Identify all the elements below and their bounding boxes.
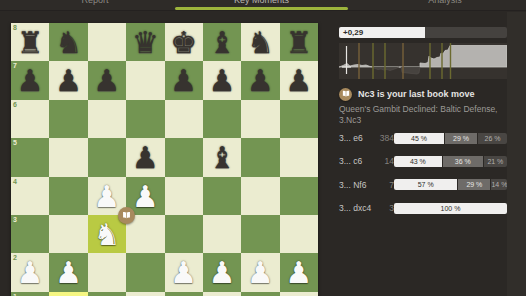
white-rook-h1[interactable]: ♜	[280, 292, 318, 296]
black-win-segment: 26 %	[478, 133, 507, 144]
square-a2[interactable]: 2♟	[11, 253, 49, 291]
move-meta: 3... Nf67	[339, 180, 394, 190]
square-b5[interactable]	[49, 138, 87, 176]
black-bishop-f8[interactable]: ♝	[203, 23, 241, 61]
tab-report[interactable]: Report	[60, 0, 130, 5]
square-e1[interactable]: ♚	[165, 292, 203, 296]
evaluation-graph-svg	[339, 43, 507, 79]
evaluation-graph[interactable]	[339, 43, 507, 79]
square-b4[interactable]	[49, 177, 87, 215]
rank-label-5: 5	[13, 139, 17, 146]
square-e7[interactable]: ♟	[165, 61, 203, 99]
square-d6[interactable]	[126, 100, 164, 138]
black-pawn-d5[interactable]: ♟	[126, 138, 164, 176]
move-meta: 3... c614	[339, 156, 394, 166]
white-bishop-f1[interactable]: ♝	[203, 292, 241, 296]
square-b1[interactable]	[49, 292, 87, 296]
win-draw-loss-bar: 100 %	[394, 203, 507, 214]
square-g3[interactable]	[241, 215, 279, 253]
black-pawn-e7[interactable]: ♟	[165, 61, 203, 99]
white-win-segment: 45 %	[394, 133, 444, 144]
square-b8[interactable]: ♞	[49, 23, 87, 61]
move-game-count: 14	[385, 156, 394, 166]
white-pawn-e2[interactable]: ♟	[165, 253, 203, 291]
book-icon	[339, 88, 352, 101]
draw-segment: 36 %	[443, 156, 483, 167]
square-d1[interactable]: ♛	[126, 292, 164, 296]
white-win-segment: 43 %	[394, 156, 442, 167]
square-a6[interactable]: 6	[11, 100, 49, 138]
square-c1[interactable]: ♝	[88, 292, 126, 296]
rank-label-7: 7	[13, 62, 17, 69]
black-knight-b8[interactable]: ♞	[49, 23, 87, 61]
white-knight-g1[interactable]: ♞	[241, 292, 279, 296]
white-win-segment: 100 %	[394, 203, 507, 214]
square-a5[interactable]: 5	[11, 138, 49, 176]
square-h6[interactable]	[280, 100, 318, 138]
black-pawn-f7[interactable]: ♟	[203, 61, 241, 99]
move-meta: 3... e6384	[339, 133, 394, 143]
move-game-count: 384	[380, 133, 394, 143]
square-g7[interactable]: ♟	[241, 61, 279, 99]
white-pawn-f2[interactable]: ♟	[203, 253, 241, 291]
square-g4[interactable]	[241, 177, 279, 215]
white-pawn-h2[interactable]: ♟	[280, 253, 318, 291]
white-pawn-g2[interactable]: ♟	[241, 253, 279, 291]
square-f4[interactable]	[203, 177, 241, 215]
square-f1[interactable]: ♝	[203, 292, 241, 296]
move-label: 3... e6	[339, 133, 363, 143]
black-rook-h8[interactable]: ♜	[280, 23, 318, 61]
active-tab-underline	[175, 7, 348, 10]
square-a8[interactable]: 8♜	[11, 23, 49, 61]
square-e4[interactable]	[165, 177, 203, 215]
square-g8[interactable]: ♞	[241, 23, 279, 61]
square-h3[interactable]	[280, 215, 318, 253]
square-c2[interactable]	[88, 253, 126, 291]
square-d2[interactable]	[126, 253, 164, 291]
square-c7[interactable]: ♟	[88, 61, 126, 99]
win-draw-loss-bar: 45 %29 %26 %	[394, 133, 507, 144]
panel-right-gutter	[507, 12, 526, 296]
square-c8[interactable]	[88, 23, 126, 61]
square-h4[interactable]	[280, 177, 318, 215]
square-c5[interactable]	[88, 138, 126, 176]
tab-analysis[interactable]: Analysis	[410, 0, 480, 5]
book-move-icon	[118, 207, 135, 224]
square-h8[interactable]: ♜	[280, 23, 318, 61]
white-queen-d1[interactable]: ♛	[126, 292, 164, 296]
black-pawn-b7[interactable]: ♟	[49, 61, 87, 99]
square-g2[interactable]: ♟	[241, 253, 279, 291]
win-draw-loss-bar: 57 %29 %14 %	[394, 179, 507, 190]
black-king-e8[interactable]: ♚	[165, 23, 203, 61]
square-a1[interactable]: 1♜	[11, 292, 49, 296]
rank-label-2: 2	[13, 254, 17, 261]
square-f7[interactable]: ♟	[203, 61, 241, 99]
move-label: 3... c6	[339, 156, 362, 166]
top-tab-bar: ReportKey MomentsAnalysis	[0, 0, 526, 11]
square-h5[interactable]	[280, 138, 318, 176]
square-g5[interactable]	[241, 138, 279, 176]
square-a4[interactable]: 4	[11, 177, 49, 215]
square-a7[interactable]: 7♟	[11, 61, 49, 99]
rank-label-3: 3	[13, 216, 17, 223]
win-draw-loss-bar: 43 %36 %21 %	[394, 156, 507, 167]
square-b6[interactable]	[49, 100, 87, 138]
square-h2[interactable]: ♟	[280, 253, 318, 291]
square-c6[interactable]	[88, 100, 126, 138]
move-label: 3... Nf6	[339, 180, 366, 190]
square-f6[interactable]	[203, 100, 241, 138]
black-bishop-f5[interactable]: ♝	[203, 138, 241, 176]
square-f8[interactable]: ♝	[203, 23, 241, 61]
draw-segment: 29 %	[458, 179, 490, 190]
evaluation-bar: +0,29	[339, 27, 507, 38]
book-move-row-3e6[interactable]: 3... e638445 %29 %26 %	[339, 127, 507, 150]
square-h7[interactable]: ♟	[280, 61, 318, 99]
rank-label-8: 8	[13, 24, 17, 31]
square-e5[interactable]	[165, 138, 203, 176]
draw-segment: 29 %	[445, 133, 477, 144]
square-h1[interactable]: ♜	[280, 292, 318, 296]
square-f5[interactable]: ♝	[203, 138, 241, 176]
square-e3[interactable]	[165, 215, 203, 253]
square-e6[interactable]	[165, 100, 203, 138]
rank-label-4: 4	[13, 178, 17, 185]
black-win-segment: 14 %	[491, 179, 507, 190]
square-d5[interactable]: ♟	[126, 138, 164, 176]
book-move-text: Nc3 is your last book move	[358, 89, 475, 99]
black-win-segment: 21 %	[484, 156, 507, 167]
square-d7[interactable]	[126, 61, 164, 99]
book-move-row-3c6[interactable]: 3... c61443 %36 %21 %	[339, 150, 507, 173]
book-move-row-3dxc4[interactable]: 3... dxc43100 %	[339, 196, 507, 219]
black-pawn-h7[interactable]: ♟	[280, 61, 318, 99]
evaluation-value: +0,29	[339, 27, 425, 38]
square-b7[interactable]: ♟	[49, 61, 87, 99]
square-d8[interactable]: ♛	[126, 23, 164, 61]
book-move-note: Nc3 is your last book move	[339, 87, 507, 101]
square-e2[interactable]: ♟	[165, 253, 203, 291]
square-g1[interactable]: ♞	[241, 292, 279, 296]
rank-label-6: 6	[13, 101, 17, 108]
white-win-segment: 57 %	[394, 179, 457, 190]
white-pawn-b2[interactable]: ♟	[49, 253, 87, 291]
black-pawn-c7[interactable]: ♟	[88, 61, 126, 99]
square-e8[interactable]: ♚	[165, 23, 203, 61]
chess-board[interactable]: 8♜♞♛♚♝♞♜7♟♟♟♟♟♟♟65♟♝4♟♟3♞2♟♟♟♟♟♟1♜♝♛♚♝♞♜	[11, 23, 318, 296]
move-meta: 3... dxc43	[339, 203, 394, 213]
square-b2[interactable]: ♟	[49, 253, 87, 291]
square-a3[interactable]: 3	[11, 215, 49, 253]
book-move-row-3Nf6[interactable]: 3... Nf6757 %29 %14 %	[339, 173, 507, 196]
square-g6[interactable]	[241, 100, 279, 138]
black-knight-g8[interactable]: ♞	[241, 23, 279, 61]
book-moves-list: 3... e638445 %29 %26 %3... c61443 %36 %2…	[339, 127, 507, 220]
white-bishop-c1[interactable]: ♝	[88, 292, 126, 296]
black-queen-d8[interactable]: ♛	[126, 23, 164, 61]
move-label: 3... dxc4	[339, 203, 371, 213]
square-f2[interactable]: ♟	[203, 253, 241, 291]
opening-name: Queen's Gambit Declined: Baltic Defense,…	[339, 104, 511, 126]
square-b3[interactable]	[49, 215, 87, 253]
tab-key-moments[interactable]: Key Moments	[175, 0, 348, 5]
black-pawn-g7[interactable]: ♟	[241, 61, 279, 99]
white-king-e1[interactable]: ♚	[165, 292, 203, 296]
square-f3[interactable]	[203, 215, 241, 253]
